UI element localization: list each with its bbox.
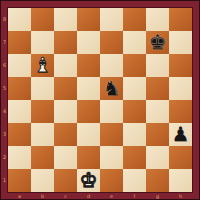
square-g6[interactable] xyxy=(146,54,169,77)
rank-label-2: 2 xyxy=(1,146,8,169)
square-e6[interactable] xyxy=(100,54,123,77)
square-e4[interactable] xyxy=(100,100,123,123)
black-knight[interactable]: ♞ xyxy=(103,77,121,100)
square-b5[interactable] xyxy=(31,77,54,100)
square-f7[interactable] xyxy=(123,31,146,54)
rank-label-7: 7 xyxy=(1,31,8,54)
square-h1[interactable] xyxy=(169,169,192,192)
rank-label-4: 4 xyxy=(1,100,8,123)
rank-coordinates: 87654321 xyxy=(1,8,8,192)
black-king[interactable]: ♚ xyxy=(149,31,167,54)
square-e2[interactable] xyxy=(100,146,123,169)
square-g8[interactable] xyxy=(146,8,169,31)
square-d3[interactable] xyxy=(77,123,100,146)
square-d6[interactable] xyxy=(77,54,100,77)
file-label-a: a xyxy=(8,192,31,200)
square-e5[interactable]: ♞ xyxy=(100,77,123,100)
square-b6[interactable]: ♝ xyxy=(31,54,54,77)
square-h7[interactable] xyxy=(169,31,192,54)
square-b2[interactable] xyxy=(31,146,54,169)
white-king[interactable]: ♚ xyxy=(80,169,98,192)
square-c4[interactable] xyxy=(54,100,77,123)
square-d7[interactable] xyxy=(77,31,100,54)
rank-label-6: 6 xyxy=(1,54,8,77)
square-c1[interactable] xyxy=(54,169,77,192)
file-label-h: h xyxy=(169,192,192,200)
file-coordinates: abcdefgh xyxy=(8,192,192,200)
square-g3[interactable] xyxy=(146,123,169,146)
file-label-g: g xyxy=(146,192,169,200)
square-g2[interactable] xyxy=(146,146,169,169)
square-g5[interactable] xyxy=(146,77,169,100)
square-g1[interactable] xyxy=(146,169,169,192)
square-f5[interactable] xyxy=(123,77,146,100)
square-f2[interactable] xyxy=(123,146,146,169)
white-bishop[interactable]: ♝ xyxy=(34,54,52,77)
square-d4[interactable] xyxy=(77,100,100,123)
file-label-c: c xyxy=(54,192,77,200)
square-f1[interactable] xyxy=(123,169,146,192)
square-b1[interactable] xyxy=(31,169,54,192)
square-d2[interactable] xyxy=(77,146,100,169)
square-h6[interactable] xyxy=(169,54,192,77)
file-label-b: b xyxy=(31,192,54,200)
square-g4[interactable] xyxy=(146,100,169,123)
rank-label-8: 8 xyxy=(1,8,8,31)
square-f6[interactable] xyxy=(123,54,146,77)
square-h2[interactable] xyxy=(169,146,192,169)
square-b3[interactable] xyxy=(31,123,54,146)
square-c5[interactable] xyxy=(54,77,77,100)
square-h3[interactable]: ♟ xyxy=(169,123,192,146)
square-g7[interactable]: ♚ xyxy=(146,31,169,54)
square-c3[interactable] xyxy=(54,123,77,146)
black-pawn[interactable]: ♟ xyxy=(172,123,190,146)
square-f8[interactable] xyxy=(123,8,146,31)
file-label-d: d xyxy=(77,192,100,200)
file-label-f: f xyxy=(123,192,146,200)
square-c7[interactable] xyxy=(54,31,77,54)
square-h4[interactable] xyxy=(169,100,192,123)
square-b7[interactable] xyxy=(31,31,54,54)
square-d8[interactable] xyxy=(77,8,100,31)
square-c6[interactable] xyxy=(54,54,77,77)
square-h8[interactable] xyxy=(169,8,192,31)
square-a8[interactable] xyxy=(8,8,31,31)
rank-label-3: 3 xyxy=(1,123,8,146)
square-f3[interactable] xyxy=(123,123,146,146)
square-e8[interactable] xyxy=(100,8,123,31)
square-a5[interactable] xyxy=(8,77,31,100)
square-d1[interactable]: ♚ xyxy=(77,169,100,192)
square-b4[interactable] xyxy=(31,100,54,123)
square-c8[interactable] xyxy=(54,8,77,31)
file-label-e: e xyxy=(100,192,123,200)
square-c2[interactable] xyxy=(54,146,77,169)
chess-board-screenshot: ♚♝♞♟♚ abcdefgh 87654321 xyxy=(0,0,200,200)
square-a3[interactable] xyxy=(8,123,31,146)
rank-label-1: 1 xyxy=(1,169,8,192)
square-h5[interactable] xyxy=(169,77,192,100)
square-d5[interactable] xyxy=(77,77,100,100)
square-b8[interactable] xyxy=(31,8,54,31)
square-a7[interactable] xyxy=(8,31,31,54)
board-outer-frame: ♚♝♞♟♚ abcdefgh 87654321 xyxy=(0,0,200,200)
square-a1[interactable] xyxy=(8,169,31,192)
square-e7[interactable] xyxy=(100,31,123,54)
square-e3[interactable] xyxy=(100,123,123,146)
square-a4[interactable] xyxy=(8,100,31,123)
rank-label-5: 5 xyxy=(1,77,8,100)
square-e1[interactable] xyxy=(100,169,123,192)
square-f4[interactable] xyxy=(123,100,146,123)
chess-board: ♚♝♞♟♚ xyxy=(8,8,192,192)
square-a2[interactable] xyxy=(8,146,31,169)
square-a6[interactable] xyxy=(8,54,31,77)
